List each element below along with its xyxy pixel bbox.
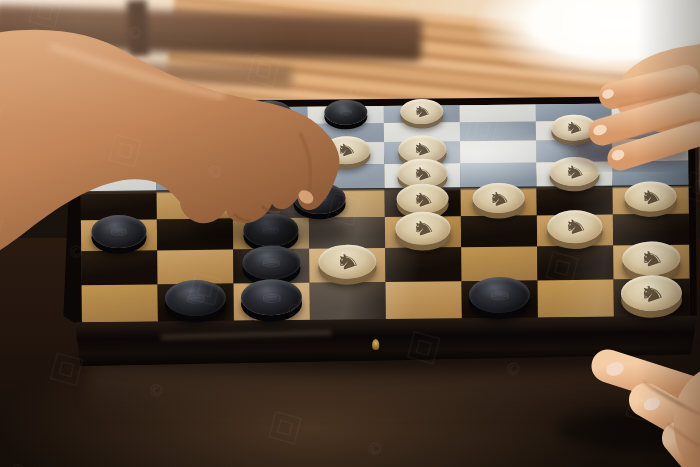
- checker-glyph-black: ⛂: [243, 218, 298, 241]
- black-checker-d8[interactable]: ⛂: [324, 99, 367, 125]
- checker-glyph-black: ⛂: [91, 220, 146, 243]
- square-g7[interactable]: ♞: [536, 121, 612, 141]
- white-checker-e4[interactable]: ♞: [396, 183, 449, 214]
- white-checker-g7[interactable]: ♞: [551, 114, 597, 141]
- square-e3[interactable]: ♞: [385, 216, 461, 248]
- square-b7[interactable]: [156, 125, 232, 145]
- square-c5[interactable]: [232, 165, 308, 191]
- black-checker-h8[interactable]: ⛂: [628, 96, 671, 122]
- square-h4[interactable]: ♞: [613, 186, 689, 215]
- background-bench-post: [127, 0, 150, 56]
- square-c8[interactable]: ⛂: [232, 107, 308, 125]
- checker-glyph-black: ⛂: [628, 100, 671, 118]
- square-c7[interactable]: [232, 124, 308, 144]
- square-f6[interactable]: [460, 140, 536, 163]
- square-a1[interactable]: [82, 284, 158, 322]
- square-b4[interactable]: [157, 191, 233, 220]
- square-h6[interactable]: [612, 139, 688, 162]
- checker-glyph-black: ⛂: [324, 103, 367, 121]
- checker-glyph-black: ⛂: [242, 250, 300, 274]
- square-e1[interactable]: [386, 281, 462, 319]
- square-f4[interactable]: ♞: [461, 187, 537, 216]
- background-white-chair: [475, 0, 700, 83]
- white-checker-g5[interactable]: ♞: [549, 156, 599, 186]
- black-checker-c3[interactable]: ⛂: [243, 213, 298, 246]
- checker-glyph-black: ⛂: [293, 187, 345, 209]
- square-f3[interactable]: [461, 215, 537, 247]
- square-b5[interactable]: [156, 166, 232, 192]
- board-front-edge: [75, 316, 697, 367]
- white-checker-h1[interactable]: ♞: [621, 275, 683, 312]
- checker-glyph-black: ⛂: [241, 284, 303, 310]
- board-squares: ⛂⛂♞⛂♞♞♞♞♞⛂♞♞♞⛂⛂♞♞⛂♞♞⛂⛂⛂♞: [73, 96, 697, 323]
- square-h1[interactable]: ♞: [614, 279, 690, 317]
- square-g2[interactable]: [537, 246, 613, 281]
- black-checker-a3[interactable]: ⛂: [91, 215, 146, 248]
- square-g3[interactable]: ♞: [537, 215, 613, 247]
- white-checker-d2[interactable]: ♞: [318, 244, 376, 279]
- square-h8[interactable]: ⛂: [612, 103, 688, 121]
- keyhole: [372, 339, 379, 350]
- square-c1[interactable]: ⛂: [234, 283, 310, 321]
- board-front-scuff: [161, 330, 331, 340]
- square-f8[interactable]: [460, 104, 536, 122]
- black-checker-f1[interactable]: ⛂: [469, 277, 531, 314]
- square-d6[interactable]: ♞: [308, 142, 384, 165]
- square-d8[interactable]: ⛂: [308, 106, 384, 124]
- square-e2[interactable]: [385, 247, 461, 282]
- white-checker-d6[interactable]: ♞: [322, 136, 370, 164]
- square-a2[interactable]: [81, 250, 157, 285]
- white-checker-e8[interactable]: ♞: [400, 99, 443, 125]
- square-b1[interactable]: ⛂: [158, 284, 234, 322]
- square-a6[interactable]: [80, 144, 156, 167]
- square-d1[interactable]: [310, 282, 386, 320]
- white-checker-h4[interactable]: ♞: [624, 181, 677, 212]
- photo-scene: ⛂⛂♞⛂♞♞♞♞♞⛂♞♞♞⛂⛂♞♞⛂♞♞⛂⛂⛂♞: [0, 0, 700, 467]
- square-a7[interactable]: [80, 125, 156, 145]
- square-b6[interactable]: [156, 144, 232, 167]
- black-checker-c2[interactable]: ⛂: [242, 245, 300, 280]
- square-b8[interactable]: [156, 108, 232, 126]
- square-b3[interactable]: [157, 219, 233, 251]
- square-a5[interactable]: [80, 166, 156, 192]
- white-checker-f4[interactable]: ♞: [472, 183, 525, 214]
- square-a8[interactable]: [80, 108, 156, 126]
- black-checker-c8[interactable]: ⛂: [248, 100, 291, 126]
- black-checker-d4[interactable]: ⛂: [293, 183, 346, 214]
- square-h7[interactable]: [612, 120, 688, 140]
- black-checker-c1[interactable]: ⛂: [241, 279, 303, 316]
- square-g1[interactable]: [538, 280, 614, 318]
- black-checker-b1[interactable]: ⛂: [165, 280, 227, 317]
- checker-glyph-black: ⛂: [469, 282, 531, 308]
- square-f7[interactable]: [460, 121, 536, 141]
- square-a3[interactable]: ⛂: [81, 219, 157, 251]
- white-checker-h2[interactable]: ♞: [622, 241, 680, 276]
- checkers-board: ⛂⛂♞⛂♞♞♞♞♞⛂♞♞♞⛂⛂♞♞⛂♞♞⛂⛂⛂♞: [73, 96, 698, 366]
- square-g5[interactable]: ♞: [536, 162, 612, 188]
- square-c6[interactable]: [232, 143, 308, 166]
- white-checker-g3[interactable]: ♞: [547, 210, 602, 243]
- checker-glyph-black: ⛂: [165, 285, 227, 311]
- square-e8[interactable]: ♞: [384, 105, 460, 123]
- square-d4[interactable]: ⛂: [309, 189, 385, 218]
- white-checker-e3[interactable]: ♞: [395, 212, 450, 245]
- square-d2[interactable]: ♞: [309, 248, 385, 283]
- square-f1[interactable]: ⛂: [462, 280, 538, 318]
- checker-glyph-black: ⛂: [248, 104, 291, 122]
